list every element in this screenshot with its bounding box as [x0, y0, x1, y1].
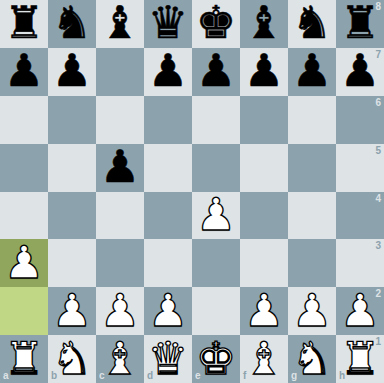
chess-board: ♜♞♝♛♚♝♞8♜♟♟♟♟♟♟7♟6♟5♟4♟3♟♟♟♟♟2♟a♜b♞c♝d♛e… [0, 0, 384, 383]
black-knight[interactable]: ♞ [292, 0, 332, 45]
white-bishop[interactable]: ♝ [244, 336, 284, 381]
black-bishop[interactable]: ♝ [100, 0, 140, 45]
white-rook[interactable]: ♜ [4, 336, 44, 381]
square-c8[interactable]: ♝ [96, 0, 144, 48]
square-c4[interactable] [96, 192, 144, 240]
coord-rank-4: 4 [375, 194, 381, 204]
square-e3[interactable] [192, 239, 240, 287]
square-h2[interactable]: 2♟ [336, 287, 384, 335]
white-pawn[interactable]: ♟ [100, 288, 140, 333]
square-a5[interactable] [0, 144, 48, 192]
square-b5[interactable] [48, 144, 96, 192]
square-d5[interactable] [144, 144, 192, 192]
square-b7[interactable]: ♟ [48, 48, 96, 96]
black-pawn[interactable]: ♟ [100, 144, 140, 189]
square-e7[interactable]: ♟ [192, 48, 240, 96]
square-f7[interactable]: ♟ [240, 48, 288, 96]
square-h7[interactable]: 7♟ [336, 48, 384, 96]
square-d6[interactable] [144, 96, 192, 144]
square-a1[interactable]: a♜ [0, 335, 48, 383]
square-c5[interactable]: ♟ [96, 144, 144, 192]
white-pawn[interactable]: ♟ [52, 288, 92, 333]
square-c2[interactable]: ♟ [96, 287, 144, 335]
coord-rank-5: 5 [375, 146, 381, 156]
white-bishop[interactable]: ♝ [100, 336, 140, 381]
square-h3[interactable]: 3 [336, 239, 384, 287]
black-queen[interactable]: ♛ [148, 0, 188, 45]
square-f4[interactable] [240, 192, 288, 240]
square-e2[interactable] [192, 287, 240, 335]
white-pawn[interactable]: ♟ [4, 240, 44, 285]
square-f5[interactable] [240, 144, 288, 192]
square-g1[interactable]: g♞ [288, 335, 336, 383]
square-f3[interactable] [240, 239, 288, 287]
square-d4[interactable] [144, 192, 192, 240]
white-knight[interactable]: ♞ [52, 336, 92, 381]
black-bishop[interactable]: ♝ [244, 0, 284, 45]
square-d3[interactable] [144, 239, 192, 287]
square-g3[interactable] [288, 239, 336, 287]
black-rook[interactable]: ♜ [340, 0, 380, 45]
square-a7[interactable]: ♟ [0, 48, 48, 96]
square-f1[interactable]: f♝ [240, 335, 288, 383]
square-d8[interactable]: ♛ [144, 0, 192, 48]
black-pawn[interactable]: ♟ [4, 48, 44, 93]
square-d2[interactable]: ♟ [144, 287, 192, 335]
square-e4[interactable]: ♟ [192, 192, 240, 240]
square-h4[interactable]: 4 [336, 192, 384, 240]
square-a4[interactable] [0, 192, 48, 240]
square-d7[interactable]: ♟ [144, 48, 192, 96]
black-pawn[interactable]: ♟ [52, 48, 92, 93]
square-f2[interactable]: ♟ [240, 287, 288, 335]
white-knight[interactable]: ♞ [292, 336, 332, 381]
coord-rank-6: 6 [375, 98, 381, 108]
square-c6[interactable] [96, 96, 144, 144]
square-c7[interactable] [96, 48, 144, 96]
square-a8[interactable]: ♜ [0, 0, 48, 48]
square-g8[interactable]: ♞ [288, 0, 336, 48]
white-king[interactable]: ♚ [196, 336, 236, 381]
square-h8[interactable]: 8♜ [336, 0, 384, 48]
black-pawn[interactable]: ♟ [340, 48, 380, 93]
black-pawn[interactable]: ♟ [244, 48, 284, 93]
white-pawn[interactable]: ♟ [292, 288, 332, 333]
square-g7[interactable]: ♟ [288, 48, 336, 96]
square-a3[interactable]: ♟ [0, 239, 48, 287]
square-g2[interactable]: ♟ [288, 287, 336, 335]
square-b2[interactable]: ♟ [48, 287, 96, 335]
square-a2[interactable] [0, 287, 48, 335]
square-b6[interactable] [48, 96, 96, 144]
square-a6[interactable] [0, 96, 48, 144]
square-g5[interactable] [288, 144, 336, 192]
square-g6[interactable] [288, 96, 336, 144]
white-pawn[interactable]: ♟ [196, 192, 236, 237]
square-d1[interactable]: d♛ [144, 335, 192, 383]
coord-rank-3: 3 [375, 241, 381, 251]
square-e8[interactable]: ♚ [192, 0, 240, 48]
square-h1[interactable]: 1h♜ [336, 335, 384, 383]
white-rook[interactable]: ♜ [340, 336, 380, 381]
white-queen[interactable]: ♛ [148, 336, 188, 381]
square-c3[interactable] [96, 239, 144, 287]
black-king[interactable]: ♚ [196, 0, 236, 45]
square-e6[interactable] [192, 96, 240, 144]
black-pawn[interactable]: ♟ [292, 48, 332, 93]
square-c1[interactable]: c♝ [96, 335, 144, 383]
square-f6[interactable] [240, 96, 288, 144]
white-pawn[interactable]: ♟ [148, 288, 188, 333]
square-e1[interactable]: e♚ [192, 335, 240, 383]
square-h6[interactable]: 6 [336, 96, 384, 144]
square-b4[interactable] [48, 192, 96, 240]
square-g4[interactable] [288, 192, 336, 240]
white-pawn[interactable]: ♟ [340, 288, 380, 333]
square-b3[interactable] [48, 239, 96, 287]
black-rook[interactable]: ♜ [4, 0, 44, 45]
square-e5[interactable] [192, 144, 240, 192]
black-pawn[interactable]: ♟ [148, 48, 188, 93]
black-pawn[interactable]: ♟ [196, 48, 236, 93]
white-pawn[interactable]: ♟ [244, 288, 284, 333]
square-f8[interactable]: ♝ [240, 0, 288, 48]
square-b1[interactable]: b♞ [48, 335, 96, 383]
square-b8[interactable]: ♞ [48, 0, 96, 48]
black-knight[interactable]: ♞ [52, 0, 92, 45]
square-h5[interactable]: 5 [336, 144, 384, 192]
